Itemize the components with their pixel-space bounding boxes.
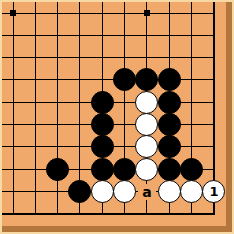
board-edge-line-bottom	[2, 213, 215, 215]
go-diagram: a1	[0, 0, 234, 234]
black-stone	[158, 135, 181, 158]
black-stone	[91, 158, 114, 181]
black-stone	[91, 113, 114, 136]
black-stone	[113, 158, 136, 181]
white-stone	[135, 113, 158, 136]
black-stone	[68, 180, 91, 203]
white-stone-move-1: 1	[202, 180, 225, 203]
star-point	[10, 10, 16, 16]
black-stone	[158, 91, 181, 114]
black-stone	[135, 68, 158, 91]
go-board: a1	[0, 0, 234, 234]
black-stone	[158, 113, 181, 136]
point-label-a: a	[138, 184, 156, 200]
black-stone	[158, 158, 181, 181]
black-stone	[158, 68, 181, 91]
white-stone	[135, 91, 158, 114]
star-point	[144, 10, 150, 16]
black-stone	[113, 68, 136, 91]
white-stone	[113, 180, 136, 203]
black-stone	[46, 158, 69, 181]
black-stone	[180, 158, 203, 181]
grid-line-horizontal	[2, 79, 215, 80]
white-stone	[135, 158, 158, 181]
white-stone	[135, 135, 158, 158]
black-stone	[91, 91, 114, 114]
grid-line-horizontal	[2, 57, 215, 58]
grid-line-horizontal	[2, 13, 215, 14]
black-stone	[91, 135, 114, 158]
grid-line-horizontal	[2, 35, 215, 36]
white-stone	[158, 180, 181, 203]
white-stone	[91, 180, 114, 203]
white-stone	[180, 180, 203, 203]
